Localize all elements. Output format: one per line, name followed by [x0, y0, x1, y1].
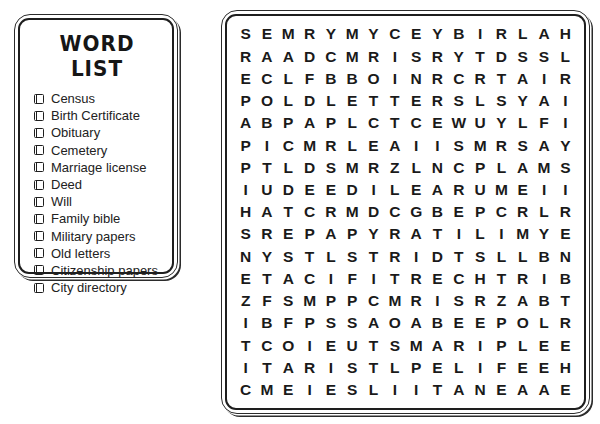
grid-cell[interactable]: C [299, 268, 320, 290]
grid-cell[interactable]: L [491, 245, 512, 267]
grid-cell[interactable]: T [256, 357, 277, 379]
grid-cell[interactable]: E [491, 379, 512, 401]
grid-cell[interactable]: Z [384, 156, 405, 178]
grid-cell[interactable]: L [278, 67, 299, 89]
grid-cell[interactable]: M [342, 156, 363, 178]
grid-cell[interactable]: S [448, 290, 469, 312]
grid-cell[interactable]: E [448, 312, 469, 334]
checkbox-icon[interactable] [34, 111, 44, 121]
grid-cell[interactable]: E [256, 23, 277, 45]
grid-cell[interactable]: R [555, 67, 576, 89]
checkbox-icon[interactable] [34, 265, 44, 275]
grid-cell[interactable]: F [533, 112, 554, 134]
grid-cell[interactable]: E [278, 223, 299, 245]
grid-cell[interactable]: R [448, 334, 469, 356]
grid-cell[interactable]: B [533, 290, 554, 312]
grid-cell[interactable]: E [320, 379, 341, 401]
grid-cell[interactable]: Y [320, 23, 341, 45]
grid-cell[interactable]: Y [427, 23, 448, 45]
grid-cell[interactable]: U [256, 179, 277, 201]
grid-cell[interactable]: E [448, 201, 469, 223]
grid-cell[interactable]: A [235, 112, 256, 134]
grid-cell[interactable]: P [406, 357, 427, 379]
grid-cell[interactable]: E [555, 223, 576, 245]
grid-cell[interactable]: L [384, 179, 405, 201]
grid-cell[interactable]: A [320, 223, 341, 245]
word-label: Old letters [51, 246, 110, 261]
grid-cell[interactable]: R [363, 156, 384, 178]
grid-cell[interactable]: E [555, 334, 576, 356]
grid-cell[interactable]: E [427, 112, 448, 134]
grid-cell[interactable]: M [256, 379, 277, 401]
grid-cell[interactable]: E [512, 179, 533, 201]
grid-cell[interactable]: R [448, 179, 469, 201]
grid-cell[interactable]: T [363, 334, 384, 356]
word-label: Military papers [51, 229, 136, 244]
grid-cell[interactable]: C [299, 201, 320, 223]
grid-cell[interactable]: D [299, 156, 320, 178]
grid-cell[interactable]: R [469, 290, 490, 312]
grid-cell[interactable]: I [384, 67, 405, 89]
grid-cell[interactable]: L [384, 357, 405, 379]
grid-cell[interactable]: L [512, 112, 533, 134]
grid-cell[interactable]: H [555, 357, 576, 379]
grid-cell[interactable]: P [320, 290, 341, 312]
grid-cell[interactable]: A [278, 357, 299, 379]
word-list-panel: WORD LIST CensusBirth CertificateObituar… [18, 18, 174, 274]
grid-cell[interactable]: Y [555, 134, 576, 156]
grid-cell[interactable]: L [533, 201, 554, 223]
grid-cell[interactable]: R [469, 67, 490, 89]
grid-cell[interactable]: L [533, 312, 554, 334]
grid-cell[interactable]: N [469, 379, 490, 401]
grid-cell[interactable]: B [448, 23, 469, 45]
grid-cell[interactable]: O [363, 67, 384, 89]
grid-cell[interactable]: S [512, 134, 533, 156]
word-item: Deed [34, 176, 160, 193]
grid-cell[interactable]: L [342, 134, 363, 156]
grid-cell[interactable]: L [491, 156, 512, 178]
grid-cell[interactable]: E [235, 67, 256, 89]
grid-cell[interactable]: T [384, 112, 405, 134]
grid-cell[interactable]: A [299, 112, 320, 134]
grid-cell[interactable]: C [320, 45, 341, 67]
grid-cell[interactable]: P [299, 223, 320, 245]
grid-cell[interactable]: R [555, 312, 576, 334]
grid-cell[interactable]: L [555, 45, 576, 67]
word-item: Census [34, 90, 160, 107]
word-item: Military papers [34, 228, 160, 245]
grid-cell[interactable]: L [278, 90, 299, 112]
grid-cell[interactable]: D [278, 179, 299, 201]
grid-cell[interactable]: S [320, 312, 341, 334]
grid-cell[interactable]: I [256, 134, 277, 156]
grid-cell[interactable]: A [533, 23, 554, 45]
grid-cell[interactable]: C [448, 67, 469, 89]
grid-cell[interactable]: S [555, 156, 576, 178]
grid-cell[interactable]: A [512, 67, 533, 89]
checkbox-icon[interactable] [34, 94, 44, 104]
grid-cell[interactable]: L [512, 334, 533, 356]
grid-cell[interactable]: B [256, 312, 277, 334]
grid-cell[interactable]: A [533, 379, 554, 401]
grid-cell[interactable]: M [533, 156, 554, 178]
grid-cell[interactable]: T [363, 245, 384, 267]
grid-cell[interactable]: Y [448, 45, 469, 67]
grid-cell[interactable]: L [342, 112, 363, 134]
grid-cell[interactable]: M [342, 201, 363, 223]
grid-cell[interactable]: E [533, 334, 554, 356]
grid-cell[interactable]: T [384, 90, 405, 112]
grid-cell[interactable]: I [555, 179, 576, 201]
grid-cell[interactable]: R [491, 23, 512, 45]
grid-cell[interactable]: T [363, 357, 384, 379]
grid-cell[interactable]: L [320, 245, 341, 267]
grid-cell[interactable]: B [427, 201, 448, 223]
grid-cell[interactable]: R [363, 45, 384, 67]
grid-cell[interactable]: I [235, 312, 256, 334]
grid-cell[interactable]: A [406, 223, 427, 245]
grid-cell[interactable]: R [427, 90, 448, 112]
grid-cell[interactable]: U [342, 334, 363, 356]
word-list: CensusBirth CertificateObituaryCemeteryM… [34, 90, 160, 296]
checkbox-icon[interactable] [34, 145, 44, 155]
grid-cell[interactable]: S [491, 90, 512, 112]
grid-cell[interactable]: S [533, 45, 554, 67]
grid-cell[interactable]: A [363, 312, 384, 334]
grid-cell[interactable]: Y [491, 112, 512, 134]
grid-cell[interactable]: O [256, 90, 277, 112]
grid-cell[interactable]: S [342, 379, 363, 401]
grid-cell[interactable]: E [342, 90, 363, 112]
grid-cell[interactable]: R [256, 223, 277, 245]
grid-cell[interactable]: S [278, 245, 299, 267]
grid-cell[interactable]: P [342, 290, 363, 312]
checkbox-icon[interactable] [34, 180, 44, 190]
grid-cell[interactable]: M [342, 45, 363, 67]
grid-cell[interactable]: R [427, 67, 448, 89]
grid-cell[interactable]: O [278, 334, 299, 356]
word-label: Census [51, 91, 95, 106]
grid-cell[interactable]: E [427, 357, 448, 379]
grid-cell[interactable]: P [278, 112, 299, 134]
grid-cell[interactable]: P [235, 134, 256, 156]
grid-cell[interactable]: B [342, 67, 363, 89]
grid-cell[interactable]: I [533, 67, 554, 89]
grid-cell[interactable]: T [427, 379, 448, 401]
grid-cell[interactable]: I [555, 90, 576, 112]
grid-cell[interactable]: D [299, 45, 320, 67]
grid-cell[interactable]: I [235, 357, 256, 379]
grid-cell[interactable]: I [491, 223, 512, 245]
grid-cell[interactable]: D [491, 45, 512, 67]
grid-cell[interactable]: M [299, 290, 320, 312]
grid-cell[interactable]: L [320, 90, 341, 112]
grid-cell[interactable]: I [469, 334, 490, 356]
grid-cell[interactable]: R [406, 268, 427, 290]
grid-cell[interactable]: R [299, 357, 320, 379]
grid-cell[interactable]: C [363, 112, 384, 134]
grid-cell[interactable]: B [427, 312, 448, 334]
grid-cell[interactable]: R [235, 45, 256, 67]
grid-cell[interactable]: O [512, 312, 533, 334]
grid-cell[interactable]: T [299, 245, 320, 267]
grid-cell[interactable]: S [469, 245, 490, 267]
grid-cell[interactable]: M [469, 134, 490, 156]
grid-cell[interactable]: T [469, 45, 490, 67]
grid-cell[interactable]: S [342, 357, 363, 379]
grid-cell[interactable]: S [342, 245, 363, 267]
grid-cell[interactable]: E [406, 23, 427, 45]
grid-cell[interactable]: E [278, 379, 299, 401]
grid-cell[interactable]: F [342, 268, 363, 290]
grid-cell[interactable]: A [256, 201, 277, 223]
grid-cell[interactable]: S [512, 45, 533, 67]
grid-cell[interactable]: I [448, 223, 469, 245]
grid-cell[interactable]: T [491, 67, 512, 89]
grid-cell[interactable]: T [256, 268, 277, 290]
grid-cell[interactable]: R [512, 201, 533, 223]
grid-cell[interactable]: I [469, 23, 490, 45]
grid-cell[interactable]: R [320, 134, 341, 156]
grid-cell[interactable]: R [427, 45, 448, 67]
word-label: Family bible [51, 211, 120, 226]
grid-cell[interactable]: W [448, 112, 469, 134]
grid-cell[interactable]: R [384, 245, 405, 267]
grid-cell[interactable]: T [448, 245, 469, 267]
word-search-page: WORD LIST CensusBirth CertificateObituar… [0, 0, 600, 424]
grid-cell[interactable]: H [555, 23, 576, 45]
grid-cell[interactable]: T [256, 156, 277, 178]
grid-cell[interactable]: T [363, 90, 384, 112]
grid-cell[interactable]: E [512, 357, 533, 379]
grid-cell[interactable]: F [256, 290, 277, 312]
grid-cell[interactable]: P [491, 312, 512, 334]
grid-cell[interactable]: E [469, 312, 490, 334]
grid-cell[interactable]: E [299, 179, 320, 201]
grid-cell[interactable]: L [406, 156, 427, 178]
grid-cell[interactable]: T [427, 223, 448, 245]
grid-cell[interactable]: I [235, 179, 256, 201]
grid-cell[interactable]: C [256, 334, 277, 356]
grid-cell[interactable]: Y [512, 90, 533, 112]
grid-cell[interactable]: P [235, 156, 256, 178]
grid-cell[interactable]: S [235, 23, 256, 45]
grid-cell[interactable]: U [469, 112, 490, 134]
grid-cell[interactable]: I [427, 134, 448, 156]
grid-cell[interactable]: M [384, 290, 405, 312]
grid-cell[interactable]: C [256, 67, 277, 89]
grid-cell[interactable]: A [533, 90, 554, 112]
checkbox-icon[interactable] [34, 248, 44, 258]
grid-cell[interactable]: E [363, 134, 384, 156]
grid-cell[interactable]: C [363, 290, 384, 312]
grid-cell[interactable]: A [278, 45, 299, 67]
grid-cell[interactable]: Z [491, 290, 512, 312]
grid-cell[interactable]: P [342, 223, 363, 245]
grid-cell[interactable]: C [384, 201, 405, 223]
grid-cell[interactable]: E [320, 334, 341, 356]
grid-cell[interactable]: I [406, 245, 427, 267]
grid-cell[interactable]: I [406, 379, 427, 401]
grid-cell[interactable]: Y [363, 223, 384, 245]
grid-cell[interactable]: I [533, 179, 554, 201]
grid-cell[interactable]: B [256, 112, 277, 134]
grid-cell[interactable]: A [427, 334, 448, 356]
word-label: Deed [51, 177, 82, 192]
grid-cell[interactable]: R [512, 268, 533, 290]
grid-cell[interactable]: N [555, 245, 576, 267]
grid-cell[interactable]: U [469, 179, 490, 201]
grid-cell[interactable]: P [299, 312, 320, 334]
grid-cell[interactable]: L [278, 156, 299, 178]
grid-cell[interactable]: I [384, 379, 405, 401]
grid-cell[interactable]: S [384, 334, 405, 356]
checkbox-icon[interactable] [34, 214, 44, 224]
grid-cell[interactable]: C [491, 201, 512, 223]
grid-cell[interactable]: S [235, 223, 256, 245]
grid-cell[interactable]: T [278, 201, 299, 223]
word-item: Birth Certificate [34, 107, 160, 124]
grid-cell[interactable]: L [469, 90, 490, 112]
grid-cell[interactable]: H [469, 268, 490, 290]
grid-cell[interactable]: R [555, 201, 576, 223]
grid-cell[interactable]: B [533, 245, 554, 267]
grid-cell[interactable]: Z [235, 290, 256, 312]
checkbox-icon[interactable] [34, 231, 44, 241]
grid-cell[interactable]: R [384, 223, 405, 245]
wordsearch-grid: SEMRYMYCEYBIRLAHRAADCMRISRYTDSSLECLFBBOI… [235, 23, 576, 401]
grid-cell[interactable]: A [448, 379, 469, 401]
grid-cell[interactable]: A [256, 45, 277, 67]
grid-cell[interactable]: L [448, 357, 469, 379]
grid-cell[interactable]: A [512, 379, 533, 401]
grid-cell[interactable]: L [512, 23, 533, 45]
grid-cell[interactable]: T [555, 290, 576, 312]
grid-cell[interactable]: C [448, 268, 469, 290]
grid-cell[interactable]: D [342, 179, 363, 201]
grid-cell[interactable]: Y [256, 245, 277, 267]
grid-cell[interactable]: H [235, 201, 256, 223]
grid-cell[interactable]: E [533, 357, 554, 379]
grid-cell[interactable]: F [491, 357, 512, 379]
grid-cell[interactable]: C [384, 23, 405, 45]
grid-cell[interactable]: M [299, 134, 320, 156]
grid-cell[interactable]: N [427, 156, 448, 178]
grid-cell[interactable]: A [427, 179, 448, 201]
word-item: Cemetery [34, 142, 160, 159]
grid-cell[interactable]: E [235, 268, 256, 290]
grid-cell[interactable]: C [406, 112, 427, 134]
grid-cell[interactable]: S [278, 290, 299, 312]
grid-cell[interactable]: I [320, 357, 341, 379]
grid-cell[interactable]: I [299, 379, 320, 401]
grid-cell[interactable]: P [469, 201, 490, 223]
grid-cell[interactable]: I [299, 334, 320, 356]
checkbox-icon[interactable] [34, 283, 44, 293]
grid-cell[interactable]: I [363, 179, 384, 201]
grid-cell[interactable]: I [533, 268, 554, 290]
grid-cell[interactable]: E [320, 179, 341, 201]
grid-cell[interactable]: G [406, 201, 427, 223]
grid-cell[interactable]: P [320, 112, 341, 134]
grid-cell[interactable]: R [491, 134, 512, 156]
checkbox-icon[interactable] [34, 197, 44, 207]
grid-cell[interactable]: C [278, 134, 299, 156]
grid-cell[interactable]: L [512, 245, 533, 267]
word-item: Will [34, 193, 160, 210]
grid-cell[interactable]: D [363, 201, 384, 223]
grid-cell[interactable]: P [491, 334, 512, 356]
grid-cell[interactable]: T [491, 268, 512, 290]
grid-cell[interactable]: P [235, 90, 256, 112]
grid-cell[interactable]: S [406, 45, 427, 67]
checkbox-icon[interactable] [34, 128, 44, 138]
grid-cell[interactable]: A [512, 290, 533, 312]
grid-cell[interactable]: S [342, 312, 363, 334]
grid-cell[interactable]: L [363, 379, 384, 401]
grid-cell[interactable]: I [320, 268, 341, 290]
grid-cell[interactable]: M [342, 23, 363, 45]
grid-cell[interactable]: T [235, 334, 256, 356]
grid-cell[interactable]: E [406, 90, 427, 112]
grid-cell[interactable]: M [278, 23, 299, 45]
grid-cell[interactable]: B [320, 67, 341, 89]
grid-cell[interactable]: R [320, 201, 341, 223]
grid-cell[interactable]: O [384, 312, 405, 334]
grid-cell[interactable]: N [235, 245, 256, 267]
grid-cell[interactable]: S [448, 90, 469, 112]
grid-cell[interactable]: D [427, 245, 448, 267]
grid-cell[interactable]: E [427, 268, 448, 290]
word-label: City directory [51, 280, 127, 295]
grid-cell[interactable]: I [469, 357, 490, 379]
grid-cell[interactable]: I [406, 134, 427, 156]
grid-cell[interactable]: I [363, 268, 384, 290]
grid-cell[interactable]: P [469, 156, 490, 178]
grid-cell[interactable]: T [384, 268, 405, 290]
grid-cell[interactable]: R [299, 23, 320, 45]
grid-cell[interactable]: C [448, 156, 469, 178]
grid-cell[interactable]: M [512, 223, 533, 245]
grid-cell[interactable]: Y [363, 23, 384, 45]
grid-cell[interactable]: N [406, 67, 427, 89]
grid-cell[interactable]: L [469, 223, 490, 245]
grid-cell[interactable]: S [320, 156, 341, 178]
grid-cell[interactable]: A [278, 268, 299, 290]
grid-cell[interactable]: S [448, 134, 469, 156]
grid-cell[interactable]: F [299, 67, 320, 89]
grid-cell[interactable]: A [512, 156, 533, 178]
grid-cell[interactable]: I [555, 112, 576, 134]
grid-cell[interactable]: M [406, 334, 427, 356]
grid-cell[interactable]: A [384, 134, 405, 156]
grid-cell[interactable]: I [384, 45, 405, 67]
checkbox-icon[interactable] [34, 162, 44, 172]
grid-cell[interactable]: B [555, 268, 576, 290]
grid-cell[interactable]: D [299, 90, 320, 112]
grid-cell[interactable]: C [235, 379, 256, 401]
grid-cell[interactable]: Y [533, 223, 554, 245]
grid-cell[interactable]: F [278, 312, 299, 334]
grid-cell[interactable]: E [406, 179, 427, 201]
grid-cell[interactable]: E [555, 379, 576, 401]
grid-cell[interactable]: A [406, 312, 427, 334]
grid-cell[interactable]: A [533, 134, 554, 156]
grid-cell[interactable]: R [406, 290, 427, 312]
grid-cell[interactable]: I [427, 290, 448, 312]
grid-cell[interactable]: M [491, 179, 512, 201]
